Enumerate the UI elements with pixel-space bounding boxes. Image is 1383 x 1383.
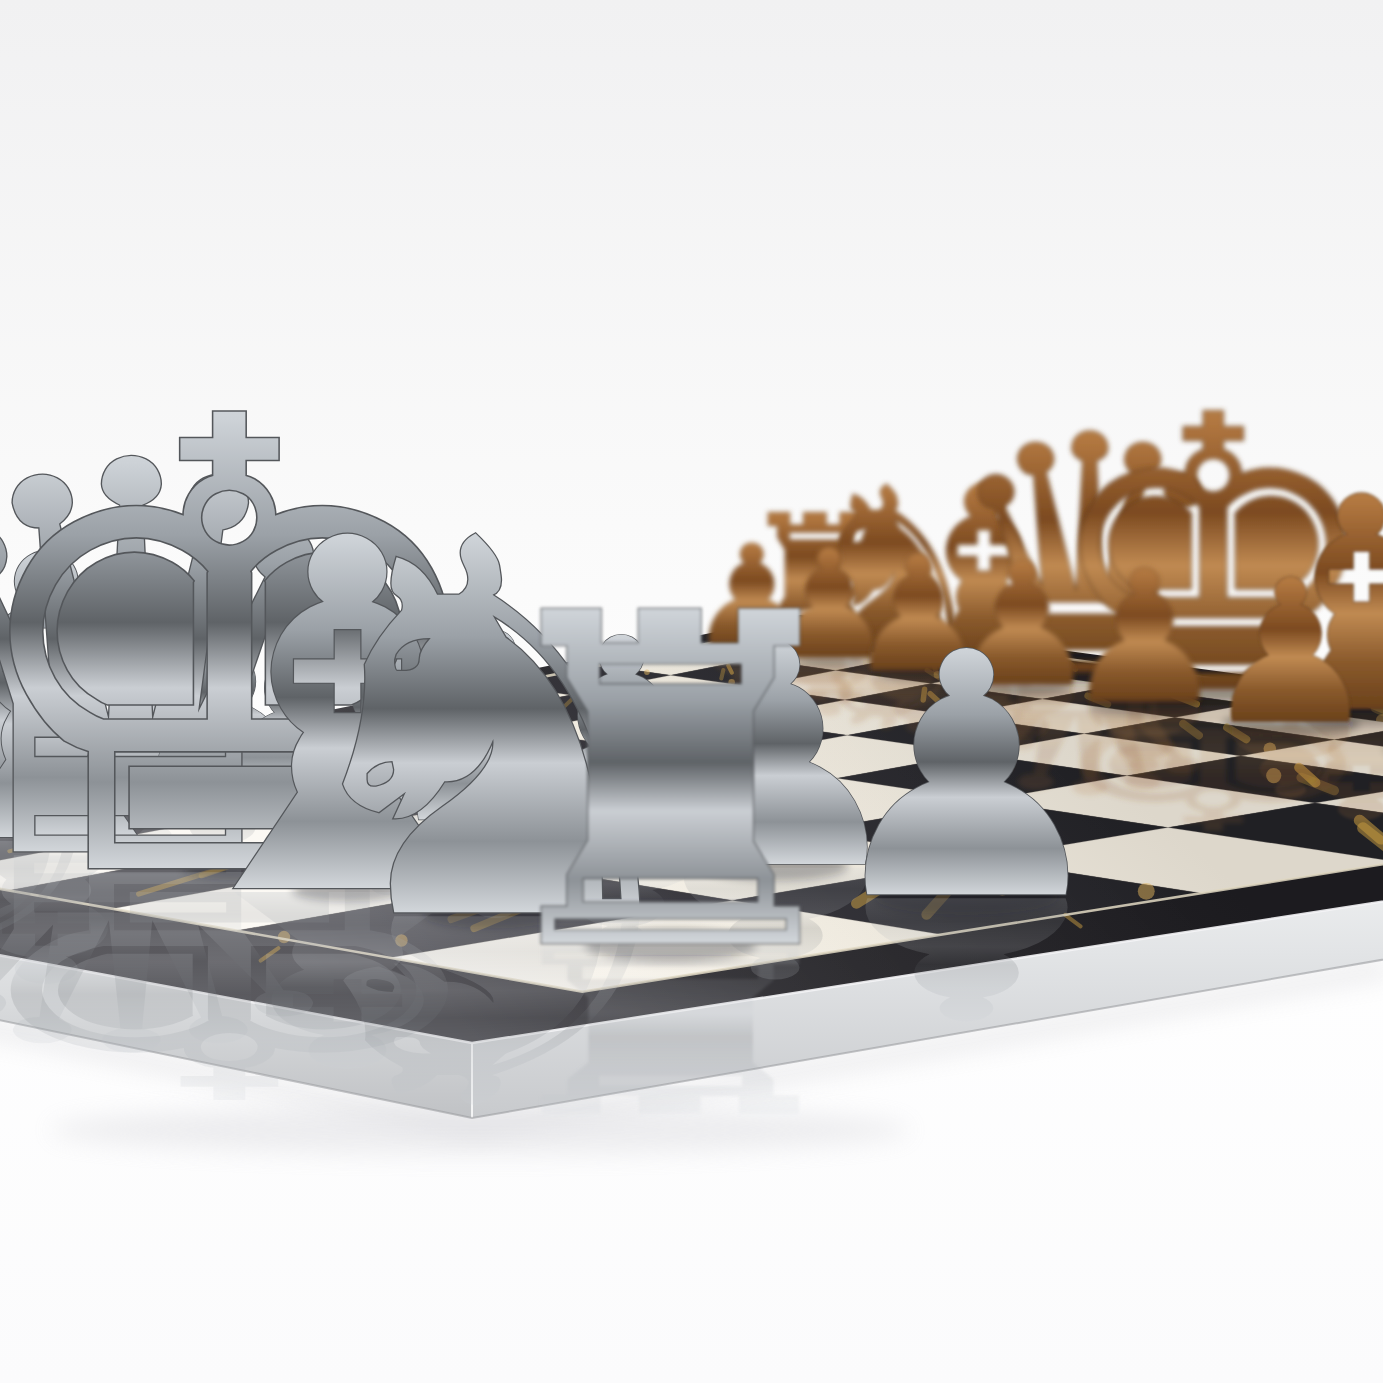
piece-black-pawn-f7: ♟♟: [1202, 537, 1379, 817]
chess-scene-svg: ♜♜♞♞♟♟♝♝♟♟♟♟♛♛♟♟♚♚♟♟♝♝♟♟♞♞♟♟♜♜♟♟♟♟♟♟♟♟♟♟…: [0, 0, 1383, 1383]
piece-glyph-pawn: ♟: [1372, 546, 1383, 797]
piece-white-rook-h1: ♜♜: [466, 518, 876, 1160]
piece-glyph-pawn: ♟: [1202, 537, 1379, 768]
chess-set-product-photo: ♜♜♞♞♟♟♝♝♟♟♟♟♛♛♟♟♚♚♟♟♝♝♟♟♞♞♟♟♜♜♟♟♟♟♟♟♟♟♟♟…: [0, 0, 1383, 1383]
piece-black-pawn-g7: ♟♟: [1372, 546, 1383, 850]
piece-glyph-rook: ♜: [466, 518, 876, 1051]
